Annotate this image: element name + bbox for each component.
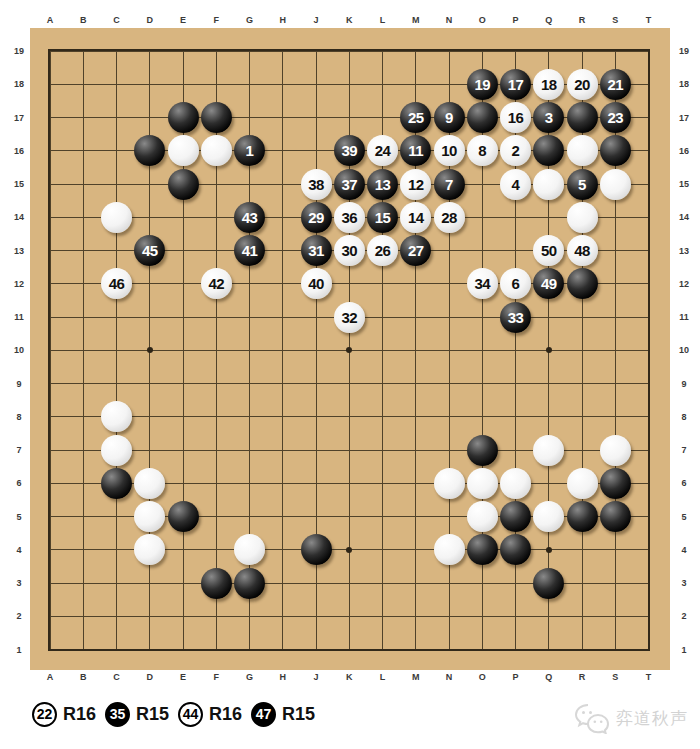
intersection[interactable]: 43 — [233, 201, 266, 234]
intersection[interactable] — [366, 101, 399, 134]
intersection[interactable] — [299, 68, 332, 101]
intersection[interactable]: 20 — [565, 68, 598, 101]
intersection[interactable] — [632, 600, 665, 633]
intersection[interactable] — [632, 467, 665, 500]
intersection[interactable] — [432, 267, 465, 300]
intersection[interactable]: 12 — [399, 167, 432, 200]
intersection[interactable] — [166, 500, 199, 533]
intersection[interactable] — [266, 334, 299, 367]
intersection[interactable]: 29 — [299, 201, 332, 234]
intersection[interactable] — [499, 533, 532, 566]
intersection[interactable] — [100, 334, 133, 367]
intersection[interactable] — [166, 600, 199, 633]
intersection[interactable] — [266, 300, 299, 333]
intersection[interactable] — [33, 167, 66, 200]
intersection[interactable] — [399, 467, 432, 500]
intersection[interactable] — [100, 134, 133, 167]
intersection[interactable] — [466, 500, 499, 533]
intersection[interactable] — [200, 334, 233, 367]
intersection[interactable] — [466, 533, 499, 566]
intersection[interactable] — [599, 34, 632, 67]
intersection[interactable] — [100, 367, 133, 400]
intersection[interactable] — [67, 34, 100, 67]
intersection[interactable] — [33, 400, 66, 433]
intersection[interactable] — [100, 234, 133, 267]
intersection[interactable] — [466, 367, 499, 400]
intersection[interactable] — [67, 633, 100, 666]
intersection[interactable] — [532, 300, 565, 333]
intersection[interactable] — [33, 533, 66, 566]
intersection[interactable] — [233, 101, 266, 134]
intersection[interactable] — [599, 600, 632, 633]
intersection[interactable]: 21 — [599, 68, 632, 101]
intersection[interactable] — [67, 400, 100, 433]
intersection[interactable]: 26 — [366, 234, 399, 267]
intersection[interactable]: 17 — [499, 68, 532, 101]
intersection[interactable] — [532, 467, 565, 500]
intersection[interactable] — [266, 201, 299, 234]
intersection[interactable]: 28 — [432, 201, 465, 234]
intersection[interactable]: 6 — [499, 267, 532, 300]
intersection[interactable] — [33, 134, 66, 167]
intersection[interactable]: 38 — [299, 167, 332, 200]
intersection[interactable] — [233, 600, 266, 633]
intersection[interactable] — [565, 433, 598, 466]
intersection[interactable] — [133, 267, 166, 300]
intersection[interactable] — [166, 467, 199, 500]
intersection[interactable]: 32 — [333, 300, 366, 333]
intersection[interactable] — [200, 500, 233, 533]
intersection[interactable] — [565, 334, 598, 367]
intersection[interactable] — [499, 600, 532, 633]
intersection[interactable] — [233, 34, 266, 67]
intersection[interactable] — [366, 400, 399, 433]
intersection[interactable] — [599, 267, 632, 300]
intersection[interactable] — [532, 367, 565, 400]
intersection[interactable]: 50 — [532, 234, 565, 267]
intersection[interactable] — [100, 467, 133, 500]
intersection[interactable] — [67, 234, 100, 267]
intersection[interactable] — [33, 101, 66, 134]
intersection[interactable] — [266, 600, 299, 633]
intersection[interactable] — [466, 334, 499, 367]
intersection[interactable] — [67, 533, 100, 566]
intersection[interactable] — [133, 633, 166, 666]
intersection[interactable] — [632, 533, 665, 566]
intersection[interactable] — [333, 566, 366, 599]
intersection[interactable] — [100, 533, 133, 566]
intersection[interactable] — [233, 500, 266, 533]
intersection[interactable] — [33, 234, 66, 267]
intersection[interactable] — [133, 400, 166, 433]
intersection[interactable] — [133, 68, 166, 101]
intersection[interactable] — [67, 334, 100, 367]
intersection[interactable] — [565, 101, 598, 134]
intersection[interactable] — [499, 400, 532, 433]
intersection[interactable] — [599, 167, 632, 200]
intersection[interactable] — [200, 433, 233, 466]
intersection[interactable] — [299, 300, 332, 333]
intersection[interactable] — [432, 400, 465, 433]
intersection[interactable] — [565, 34, 598, 67]
intersection[interactable] — [200, 34, 233, 67]
intersection[interactable] — [532, 201, 565, 234]
intersection[interactable] — [166, 68, 199, 101]
intersection[interactable] — [399, 400, 432, 433]
intersection[interactable]: 40 — [299, 267, 332, 300]
intersection[interactable]: 41 — [233, 234, 266, 267]
intersection[interactable] — [399, 34, 432, 67]
intersection[interactable]: 4 — [499, 167, 532, 200]
intersection[interactable] — [166, 234, 199, 267]
intersection[interactable] — [33, 367, 66, 400]
intersection[interactable] — [532, 533, 565, 566]
intersection[interactable] — [432, 367, 465, 400]
intersection[interactable] — [366, 600, 399, 633]
intersection[interactable] — [233, 566, 266, 599]
intersection[interactable] — [432, 68, 465, 101]
intersection[interactable] — [166, 367, 199, 400]
intersection[interactable] — [432, 334, 465, 367]
intersection[interactable] — [299, 400, 332, 433]
intersection[interactable] — [133, 566, 166, 599]
intersection[interactable] — [299, 566, 332, 599]
intersection[interactable] — [100, 68, 133, 101]
intersection[interactable] — [366, 633, 399, 666]
intersection[interactable] — [67, 101, 100, 134]
intersection[interactable] — [565, 500, 598, 533]
intersection[interactable] — [166, 101, 199, 134]
intersection[interactable] — [333, 433, 366, 466]
intersection[interactable] — [133, 433, 166, 466]
intersection[interactable] — [565, 566, 598, 599]
intersection[interactable] — [366, 566, 399, 599]
intersection[interactable] — [366, 300, 399, 333]
intersection[interactable] — [299, 467, 332, 500]
intersection[interactable] — [399, 68, 432, 101]
intersection[interactable] — [133, 134, 166, 167]
intersection[interactable] — [299, 633, 332, 666]
intersection[interactable] — [333, 68, 366, 101]
intersection[interactable] — [599, 566, 632, 599]
intersection[interactable] — [100, 34, 133, 67]
intersection[interactable] — [100, 101, 133, 134]
intersection[interactable] — [366, 467, 399, 500]
intersection[interactable] — [466, 566, 499, 599]
intersection[interactable] — [33, 68, 66, 101]
intersection[interactable] — [166, 433, 199, 466]
intersection[interactable] — [599, 633, 632, 666]
intersection[interactable] — [399, 267, 432, 300]
intersection[interactable] — [233, 300, 266, 333]
intersection[interactable] — [632, 566, 665, 599]
intersection[interactable] — [266, 533, 299, 566]
intersection[interactable]: 14 — [399, 201, 432, 234]
intersection[interactable] — [333, 600, 366, 633]
intersection[interactable] — [299, 134, 332, 167]
intersection[interactable] — [133, 600, 166, 633]
intersection[interactable]: 23 — [599, 101, 632, 134]
intersection[interactable] — [200, 300, 233, 333]
intersection[interactable] — [399, 600, 432, 633]
intersection[interactable] — [565, 300, 598, 333]
intersection[interactable]: 42 — [200, 267, 233, 300]
intersection[interactable] — [266, 633, 299, 666]
intersection[interactable] — [100, 400, 133, 433]
intersection[interactable] — [499, 234, 532, 267]
intersection[interactable] — [366, 68, 399, 101]
intersection[interactable]: 30 — [333, 234, 366, 267]
intersection[interactable] — [299, 600, 332, 633]
intersection[interactable] — [499, 334, 532, 367]
intersection[interactable] — [466, 600, 499, 633]
intersection[interactable] — [200, 367, 233, 400]
intersection[interactable] — [166, 566, 199, 599]
intersection[interactable] — [565, 201, 598, 234]
intersection[interactable] — [565, 467, 598, 500]
intersection[interactable] — [100, 433, 133, 466]
intersection[interactable] — [67, 267, 100, 300]
intersection[interactable]: 7 — [432, 167, 465, 200]
intersection[interactable] — [166, 201, 199, 234]
intersection[interactable] — [299, 433, 332, 466]
intersection[interactable] — [499, 367, 532, 400]
intersection[interactable]: 5 — [565, 167, 598, 200]
intersection[interactable] — [466, 300, 499, 333]
intersection[interactable] — [200, 101, 233, 134]
intersection[interactable]: 1 — [233, 134, 266, 167]
intersection[interactable] — [565, 134, 598, 167]
intersection[interactable] — [67, 68, 100, 101]
intersection[interactable] — [233, 400, 266, 433]
intersection[interactable] — [599, 300, 632, 333]
intersection[interactable] — [532, 633, 565, 666]
intersection[interactable]: 37 — [333, 167, 366, 200]
intersection[interactable] — [67, 467, 100, 500]
intersection[interactable] — [67, 201, 100, 234]
intersection[interactable]: 16 — [499, 101, 532, 134]
intersection[interactable] — [200, 400, 233, 433]
intersection[interactable]: 48 — [565, 234, 598, 267]
intersection[interactable]: 24 — [366, 134, 399, 167]
intersection[interactable] — [333, 267, 366, 300]
intersection[interactable]: 18 — [532, 68, 565, 101]
intersection[interactable] — [632, 334, 665, 367]
intersection[interactable] — [532, 400, 565, 433]
intersection[interactable] — [200, 467, 233, 500]
intersection[interactable] — [200, 600, 233, 633]
intersection[interactable] — [133, 467, 166, 500]
intersection[interactable] — [67, 566, 100, 599]
intersection[interactable]: 45 — [133, 234, 166, 267]
intersection[interactable] — [133, 201, 166, 234]
intersection[interactable] — [599, 201, 632, 234]
intersection[interactable] — [432, 600, 465, 633]
intersection[interactable] — [100, 300, 133, 333]
intersection[interactable] — [233, 467, 266, 500]
intersection[interactable]: 8 — [466, 134, 499, 167]
intersection[interactable] — [333, 400, 366, 433]
intersection[interactable] — [432, 34, 465, 67]
intersection[interactable] — [33, 334, 66, 367]
intersection[interactable] — [33, 566, 66, 599]
intersection[interactable] — [466, 101, 499, 134]
intersection[interactable] — [67, 367, 100, 400]
intersection[interactable] — [599, 467, 632, 500]
intersection[interactable] — [632, 201, 665, 234]
intersection[interactable] — [33, 267, 66, 300]
intersection[interactable] — [599, 234, 632, 267]
intersection[interactable] — [499, 34, 532, 67]
intersection[interactable]: 13 — [366, 167, 399, 200]
intersection[interactable] — [632, 433, 665, 466]
intersection[interactable] — [333, 500, 366, 533]
intersection[interactable] — [632, 500, 665, 533]
intersection[interactable]: 25 — [399, 101, 432, 134]
intersection[interactable] — [333, 633, 366, 666]
intersection[interactable]: 49 — [532, 267, 565, 300]
intersection[interactable] — [399, 500, 432, 533]
intersection[interactable] — [266, 234, 299, 267]
intersection[interactable] — [200, 201, 233, 234]
intersection[interactable] — [366, 533, 399, 566]
intersection[interactable] — [366, 334, 399, 367]
intersection[interactable] — [565, 400, 598, 433]
intersection[interactable] — [133, 300, 166, 333]
intersection[interactable] — [100, 633, 133, 666]
intersection[interactable] — [133, 34, 166, 67]
intersection[interactable] — [599, 400, 632, 433]
intersection[interactable]: 39 — [333, 134, 366, 167]
intersection[interactable] — [266, 68, 299, 101]
intersection[interactable] — [565, 633, 598, 666]
intersection[interactable] — [599, 433, 632, 466]
intersection[interactable] — [233, 167, 266, 200]
intersection[interactable] — [33, 500, 66, 533]
intersection[interactable] — [133, 367, 166, 400]
intersection[interactable] — [266, 500, 299, 533]
intersection[interactable] — [466, 633, 499, 666]
intersection[interactable] — [366, 433, 399, 466]
intersection[interactable] — [299, 367, 332, 400]
intersection[interactable] — [599, 533, 632, 566]
intersection[interactable] — [233, 533, 266, 566]
intersection[interactable] — [532, 600, 565, 633]
intersection[interactable] — [366, 267, 399, 300]
intersection[interactable] — [266, 400, 299, 433]
intersection[interactable] — [166, 134, 199, 167]
intersection[interactable] — [67, 134, 100, 167]
intersection[interactable] — [266, 34, 299, 67]
intersection[interactable] — [133, 334, 166, 367]
intersection[interactable] — [67, 167, 100, 200]
intersection[interactable] — [432, 566, 465, 599]
intersection[interactable] — [299, 500, 332, 533]
intersection[interactable] — [399, 566, 432, 599]
intersection[interactable] — [565, 533, 598, 566]
intersection[interactable] — [499, 500, 532, 533]
intersection[interactable] — [299, 34, 332, 67]
intersection[interactable] — [432, 300, 465, 333]
intersection[interactable] — [333, 367, 366, 400]
intersection[interactable] — [266, 267, 299, 300]
intersection[interactable] — [532, 433, 565, 466]
intersection[interactable]: 27 — [399, 234, 432, 267]
intersection[interactable] — [432, 234, 465, 267]
intersection[interactable] — [466, 201, 499, 234]
intersection[interactable]: 19 — [466, 68, 499, 101]
intersection[interactable] — [466, 433, 499, 466]
intersection[interactable] — [432, 533, 465, 566]
intersection[interactable] — [200, 566, 233, 599]
intersection[interactable] — [166, 533, 199, 566]
intersection[interactable] — [266, 134, 299, 167]
intersection[interactable] — [233, 367, 266, 400]
intersection[interactable] — [33, 633, 66, 666]
intersection[interactable]: 9 — [432, 101, 465, 134]
intersection[interactable] — [100, 500, 133, 533]
intersection[interactable] — [333, 467, 366, 500]
intersection[interactable] — [67, 600, 100, 633]
intersection[interactable] — [100, 566, 133, 599]
intersection[interactable] — [466, 234, 499, 267]
intersection[interactable] — [466, 400, 499, 433]
intersection[interactable] — [266, 467, 299, 500]
intersection[interactable] — [166, 334, 199, 367]
intersection[interactable] — [233, 68, 266, 101]
intersection[interactable] — [399, 300, 432, 333]
intersection[interactable] — [200, 68, 233, 101]
intersection[interactable] — [166, 167, 199, 200]
intersection[interactable]: 46 — [100, 267, 133, 300]
intersection[interactable] — [532, 566, 565, 599]
intersection[interactable] — [200, 167, 233, 200]
intersection[interactable] — [399, 633, 432, 666]
intersection[interactable] — [33, 467, 66, 500]
intersection[interactable] — [632, 68, 665, 101]
intersection[interactable] — [432, 633, 465, 666]
intersection[interactable] — [499, 467, 532, 500]
intersection[interactable] — [399, 533, 432, 566]
intersection[interactable] — [366, 34, 399, 67]
intersection[interactable] — [100, 167, 133, 200]
intersection[interactable] — [67, 433, 100, 466]
intersection[interactable] — [499, 633, 532, 666]
intersection[interactable] — [33, 201, 66, 234]
intersection[interactable] — [33, 300, 66, 333]
intersection[interactable] — [366, 500, 399, 533]
intersection[interactable] — [632, 400, 665, 433]
intersection[interactable] — [565, 600, 598, 633]
intersection[interactable] — [166, 300, 199, 333]
intersection[interactable] — [67, 500, 100, 533]
intersection[interactable] — [632, 633, 665, 666]
intersection[interactable] — [333, 101, 366, 134]
intersection[interactable] — [499, 201, 532, 234]
intersection[interactable] — [632, 267, 665, 300]
intersection[interactable] — [266, 433, 299, 466]
intersection[interactable] — [166, 400, 199, 433]
intersection[interactable] — [632, 367, 665, 400]
intersection[interactable] — [33, 433, 66, 466]
intersection[interactable] — [333, 533, 366, 566]
intersection[interactable] — [133, 101, 166, 134]
intersection[interactable]: 11 — [399, 134, 432, 167]
intersection[interactable] — [599, 500, 632, 533]
intersection[interactable] — [599, 134, 632, 167]
intersection[interactable] — [233, 267, 266, 300]
intersection[interactable]: 3 — [532, 101, 565, 134]
